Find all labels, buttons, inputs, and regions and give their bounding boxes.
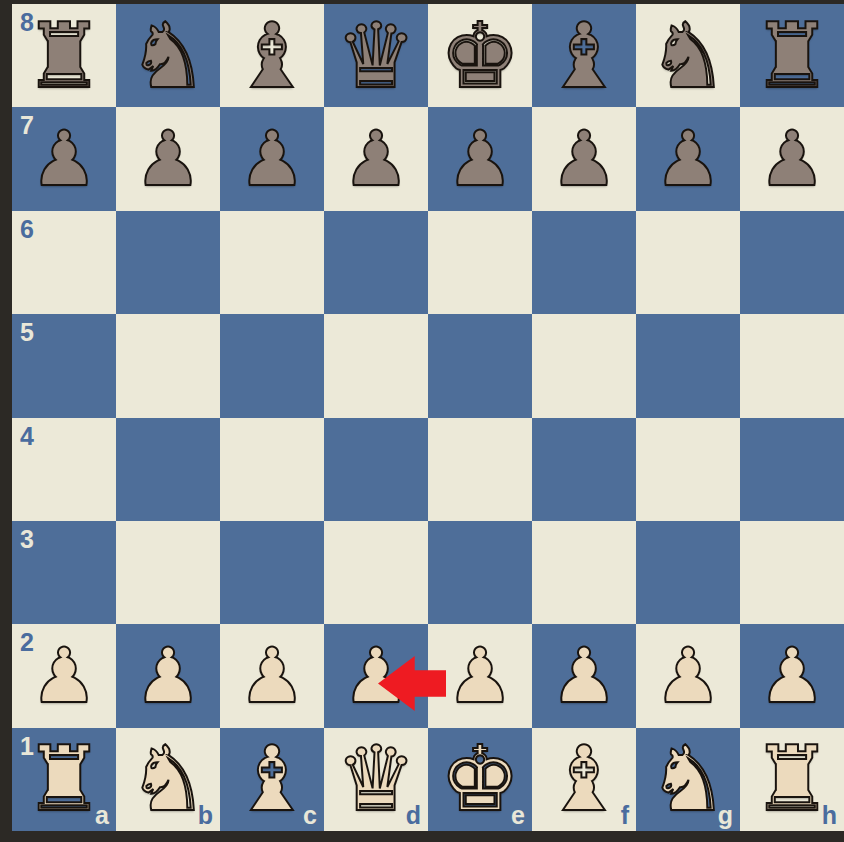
square-h2[interactable]: ♟ xyxy=(740,624,844,727)
square-d8[interactable]: ♛ xyxy=(324,4,428,107)
square-a7[interactable]: 7♟ xyxy=(12,107,116,210)
piece-black-knight-b8[interactable]: ♞ xyxy=(128,4,209,107)
square-f1[interactable]: f♝ xyxy=(532,728,636,831)
square-e1[interactable]: e♚ xyxy=(428,728,532,831)
piece-black-king-e8[interactable]: ♚ xyxy=(440,4,521,107)
square-c5[interactable] xyxy=(220,314,324,417)
piece-black-rook-h8[interactable]: ♜ xyxy=(752,4,833,107)
square-a5[interactable]: 5 xyxy=(12,314,116,417)
square-c3[interactable] xyxy=(220,521,324,624)
piece-white-knight-g1[interactable]: ♞ xyxy=(648,728,729,831)
square-f6[interactable] xyxy=(532,211,636,314)
square-e8[interactable]: ♚ xyxy=(428,4,532,107)
piece-black-pawn-b7[interactable]: ♟ xyxy=(134,107,202,210)
piece-black-knight-g8[interactable]: ♞ xyxy=(648,4,729,107)
piece-black-bishop-c8[interactable]: ♝ xyxy=(232,4,313,107)
square-h1[interactable]: h♜ xyxy=(740,728,844,831)
piece-black-pawn-h7[interactable]: ♟ xyxy=(758,107,826,210)
square-b2[interactable]: ♟ xyxy=(116,624,220,727)
square-g8[interactable]: ♞ xyxy=(636,4,740,107)
piece-black-queen-d8[interactable]: ♛ xyxy=(336,4,417,107)
piece-white-bishop-f1[interactable]: ♝ xyxy=(544,728,625,831)
rank-label-6: 6 xyxy=(20,217,34,242)
square-b3[interactable] xyxy=(116,521,220,624)
square-g1[interactable]: g♞ xyxy=(636,728,740,831)
square-c8[interactable]: ♝ xyxy=(220,4,324,107)
piece-black-pawn-g7[interactable]: ♟ xyxy=(654,107,722,210)
square-a6[interactable]: 6 xyxy=(12,211,116,314)
square-g4[interactable] xyxy=(636,418,740,521)
piece-white-pawn-f2[interactable]: ♟ xyxy=(550,624,618,727)
chess-board: 8♜♞♝♛♚♝♞♜7♟♟♟♟♟♟♟♟65432♟♟♟♟♟♟♟♟1a♜b♞c♝d♛… xyxy=(12,4,844,831)
square-c7[interactable]: ♟ xyxy=(220,107,324,210)
rank-label-4: 4 xyxy=(20,424,34,449)
square-d5[interactable] xyxy=(324,314,428,417)
square-b1[interactable]: b♞ xyxy=(116,728,220,831)
square-g5[interactable] xyxy=(636,314,740,417)
square-e5[interactable] xyxy=(428,314,532,417)
square-h3[interactable] xyxy=(740,521,844,624)
square-h7[interactable]: ♟ xyxy=(740,107,844,210)
square-f2[interactable]: ♟ xyxy=(532,624,636,727)
piece-white-king-e1[interactable]: ♚ xyxy=(440,728,521,831)
piece-white-pawn-b2[interactable]: ♟ xyxy=(134,624,202,727)
square-d7[interactable]: ♟ xyxy=(324,107,428,210)
piece-white-queen-d1[interactable]: ♛ xyxy=(336,728,417,831)
square-b7[interactable]: ♟ xyxy=(116,107,220,210)
square-a8[interactable]: 8♜ xyxy=(12,4,116,107)
piece-black-pawn-e7[interactable]: ♟ xyxy=(446,107,514,210)
square-d6[interactable] xyxy=(324,211,428,314)
piece-white-pawn-g2[interactable]: ♟ xyxy=(654,624,722,727)
piece-black-pawn-d7[interactable]: ♟ xyxy=(342,107,410,210)
square-b4[interactable] xyxy=(116,418,220,521)
rank-label-3: 3 xyxy=(20,527,34,552)
square-g2[interactable]: ♟ xyxy=(636,624,740,727)
square-h8[interactable]: ♜ xyxy=(740,4,844,107)
piece-white-bishop-c1[interactable]: ♝ xyxy=(232,728,313,831)
piece-black-pawn-a7[interactable]: ♟ xyxy=(30,107,98,210)
piece-black-rook-a8[interactable]: ♜ xyxy=(24,4,105,107)
square-b5[interactable] xyxy=(116,314,220,417)
rank-label-5: 5 xyxy=(20,320,34,345)
square-f3[interactable] xyxy=(532,521,636,624)
square-h6[interactable] xyxy=(740,211,844,314)
square-c6[interactable] xyxy=(220,211,324,314)
square-g7[interactable]: ♟ xyxy=(636,107,740,210)
square-b6[interactable] xyxy=(116,211,220,314)
piece-black-bishop-f8[interactable]: ♝ xyxy=(544,4,625,107)
square-d1[interactable]: d♛ xyxy=(324,728,428,831)
piece-black-pawn-c7[interactable]: ♟ xyxy=(238,107,306,210)
piece-white-pawn-a2[interactable]: ♟ xyxy=(30,624,98,727)
square-e6[interactable] xyxy=(428,211,532,314)
piece-white-rook-h1[interactable]: ♜ xyxy=(752,728,833,831)
square-f5[interactable] xyxy=(532,314,636,417)
square-f8[interactable]: ♝ xyxy=(532,4,636,107)
square-h5[interactable] xyxy=(740,314,844,417)
piece-white-pawn-h2[interactable]: ♟ xyxy=(758,624,826,727)
square-c2[interactable]: ♟ xyxy=(220,624,324,727)
piece-white-rook-a1[interactable]: ♜ xyxy=(24,728,105,831)
piece-black-pawn-f7[interactable]: ♟ xyxy=(550,107,618,210)
square-h4[interactable] xyxy=(740,418,844,521)
square-f4[interactable] xyxy=(532,418,636,521)
square-e3[interactable] xyxy=(428,521,532,624)
square-g3[interactable] xyxy=(636,521,740,624)
square-a1[interactable]: 1a♜ xyxy=(12,728,116,831)
square-e4[interactable] xyxy=(428,418,532,521)
chess-app-screen: 8♜♞♝♛♚♝♞♜7♟♟♟♟♟♟♟♟65432♟♟♟♟♟♟♟♟1a♜b♞c♝d♛… xyxy=(0,0,844,842)
square-a3[interactable]: 3 xyxy=(12,521,116,624)
square-d3[interactable] xyxy=(324,521,428,624)
square-c1[interactable]: c♝ xyxy=(220,728,324,831)
square-d4[interactable] xyxy=(324,418,428,521)
piece-white-pawn-c2[interactable]: ♟ xyxy=(238,624,306,727)
piece-white-pawn-e2[interactable]: ♟ xyxy=(446,624,514,727)
square-b8[interactable]: ♞ xyxy=(116,4,220,107)
square-a2[interactable]: 2♟ xyxy=(12,624,116,727)
square-e7[interactable]: ♟ xyxy=(428,107,532,210)
square-g6[interactable] xyxy=(636,211,740,314)
square-f7[interactable]: ♟ xyxy=(532,107,636,210)
square-a4[interactable]: 4 xyxy=(12,418,116,521)
piece-white-knight-b1[interactable]: ♞ xyxy=(128,728,209,831)
square-c4[interactable] xyxy=(220,418,324,521)
